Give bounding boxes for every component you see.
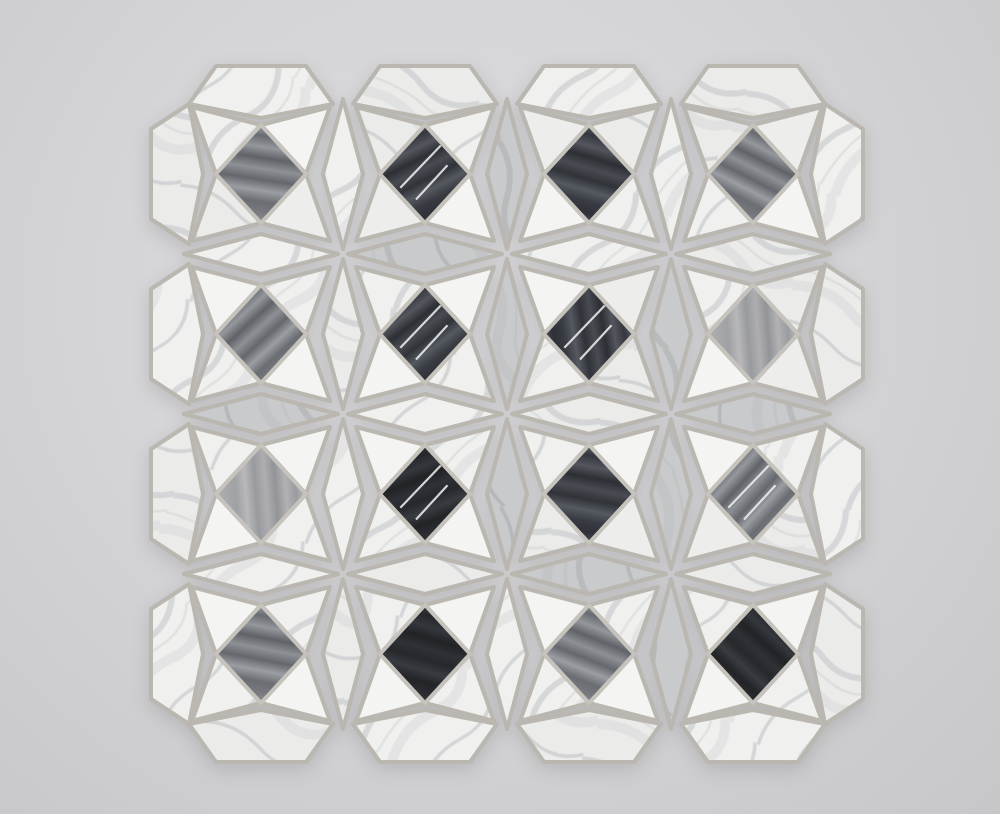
mosaic-unit-r3c3 (684, 587, 822, 721)
mosaic-sheet (151, 66, 863, 762)
rhombus-tile (323, 99, 363, 249)
rhombus-tile (348, 554, 502, 594)
rhombus-tile (512, 394, 666, 434)
edge-cap-tile-right (811, 424, 863, 564)
mosaic-unit-r3c1 (356, 587, 494, 721)
rhombus-tile (651, 579, 691, 729)
edge-cap-tile-left (151, 264, 203, 404)
rhombus-tile (676, 394, 830, 434)
mosaic-unit-r0c0 (192, 107, 330, 241)
mosaic-sheet-photo (0, 0, 1000, 814)
mosaic-unit-r2c1 (356, 427, 494, 561)
edge-cap-tile-right (811, 264, 863, 404)
mosaic-unit-r3c2 (520, 587, 658, 721)
mosaic-unit-r3c0 (192, 587, 330, 721)
edge-cap-tile-right (811, 584, 863, 724)
mosaic-unit-r0c1 (356, 107, 494, 241)
edge-cap-tile-left (151, 104, 203, 244)
rhombus-tile (348, 394, 502, 434)
rhombus-tile (676, 234, 830, 274)
rhombus-tile (184, 554, 338, 594)
rhombus-tile (676, 554, 830, 594)
mosaic-unit-r2c0 (192, 427, 330, 561)
rhombus-tile (184, 394, 338, 434)
rhombus-tile (651, 419, 691, 569)
rhombus-tile (487, 259, 527, 409)
rhombus-tile (651, 99, 691, 249)
mosaic-unit-r1c2 (520, 267, 658, 401)
mosaic-unit-r1c3 (684, 267, 822, 401)
rhombus-tile (487, 99, 527, 249)
rhombus-tile (651, 259, 691, 409)
mosaic-unit-r1c1 (356, 267, 494, 401)
rhombus-tile (512, 554, 666, 594)
mosaic-unit-r1c0 (192, 267, 330, 401)
mosaic-sheet-container (0, 0, 1000, 814)
edge-cap-tile-right (811, 104, 863, 244)
photo-scene (0, 0, 1000, 814)
mosaic-unit-r2c3 (684, 427, 822, 561)
edge-cap-tile-left (151, 424, 203, 564)
rhombus-tile (323, 419, 363, 569)
rhombus-tile (348, 234, 502, 274)
rhombus-tile (323, 579, 363, 729)
rhombus-tile (487, 579, 527, 729)
rhombus-tile (512, 234, 666, 274)
mosaic-unit-r0c3 (684, 107, 822, 241)
rhombus-tile (487, 419, 527, 569)
rhombus-tile (323, 259, 363, 409)
mosaic-unit-r0c2 (520, 107, 658, 241)
rhombus-tile (184, 234, 338, 274)
edge-cap-tile-left (151, 584, 203, 724)
mosaic-unit-r2c2 (520, 427, 658, 561)
